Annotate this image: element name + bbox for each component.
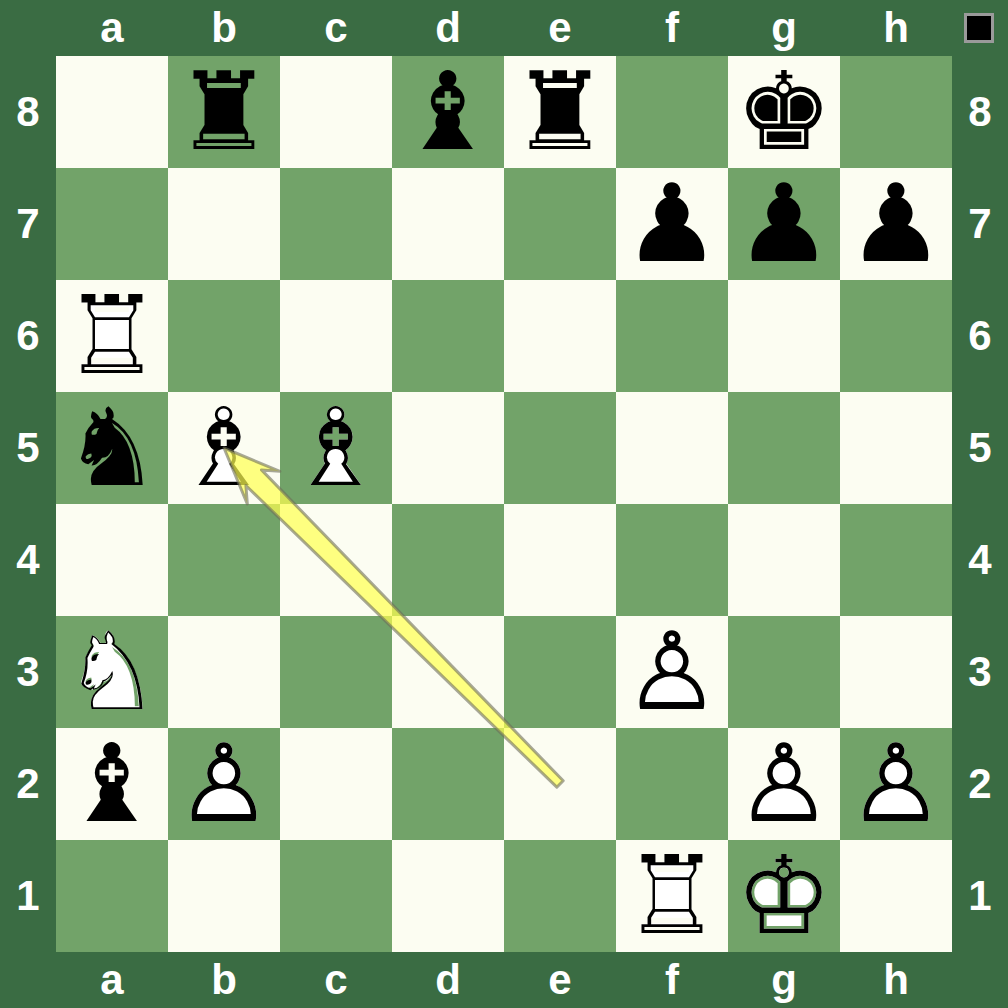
square-c2[interactable] — [280, 728, 392, 840]
square-h1[interactable] — [840, 840, 952, 952]
file-labels-top: abcdefgh — [56, 0, 952, 56]
square-g6[interactable] — [728, 280, 840, 392]
chess-board-frame: abcdefgh abcdefgh 87654321 87654321 ♜♝♜♚… — [0, 0, 1008, 1008]
white-rook-outline: ♖ — [616, 840, 728, 952]
rank-label-5: 5 — [0, 392, 56, 504]
square-d5[interactable] — [392, 392, 504, 504]
square-e3[interactable] — [504, 616, 616, 728]
square-h2[interactable]: ♟♙ — [840, 728, 952, 840]
square-h5[interactable] — [840, 392, 952, 504]
black-pawn[interactable]: ♟ — [736, 168, 833, 280]
square-g3[interactable] — [728, 616, 840, 728]
file-label-f: f — [616, 952, 728, 1008]
rank-label-2: 2 — [952, 728, 1008, 840]
black-rook[interactable]: ♜ — [512, 56, 609, 168]
file-label-g: g — [728, 952, 840, 1008]
white-pawn-outline: ♙ — [840, 728, 952, 840]
rank-label-5: 5 — [952, 392, 1008, 504]
square-d2[interactable] — [392, 728, 504, 840]
square-g2[interactable]: ♟♙ — [728, 728, 840, 840]
square-g7[interactable]: ♟ — [728, 168, 840, 280]
white-pawn[interactable]: ♟♙ — [616, 616, 728, 728]
file-label-b: b — [168, 0, 280, 56]
square-b6[interactable] — [168, 280, 280, 392]
file-label-h: h — [840, 952, 952, 1008]
file-label-d: d — [392, 0, 504, 56]
file-label-f: f — [616, 0, 728, 56]
square-c4[interactable] — [280, 504, 392, 616]
black-king[interactable]: ♚ — [736, 56, 833, 168]
square-b2[interactable]: ♟♙ — [168, 728, 280, 840]
square-e6[interactable] — [504, 280, 616, 392]
rank-label-7: 7 — [0, 168, 56, 280]
square-f1[interactable]: ♜♖ — [616, 840, 728, 952]
square-h7[interactable]: ♟ — [840, 168, 952, 280]
white-king[interactable]: ♚♔ — [728, 840, 840, 952]
square-c1[interactable] — [280, 840, 392, 952]
file-label-d: d — [392, 952, 504, 1008]
square-a5[interactable]: ♞ — [56, 392, 168, 504]
black-bishop[interactable]: ♝ — [400, 56, 497, 168]
square-f8[interactable] — [616, 56, 728, 168]
file-label-c: c — [280, 952, 392, 1008]
square-f3[interactable]: ♟♙ — [616, 616, 728, 728]
side-to-move-indicator — [964, 13, 994, 43]
rank-label-1: 1 — [952, 840, 1008, 952]
square-a2[interactable]: ♝ — [56, 728, 168, 840]
square-h4[interactable] — [840, 504, 952, 616]
rank-label-8: 8 — [0, 56, 56, 168]
chess-board: ♜♝♜♚♟♟♟♜♖♞♝♗♝♗♞♘♟♙♝♟♙♟♙♟♙♜♖♚♔ — [56, 56, 952, 952]
square-b8[interactable]: ♜ — [168, 56, 280, 168]
white-pawn[interactable]: ♟♙ — [728, 728, 840, 840]
rank-label-3: 3 — [952, 616, 1008, 728]
square-e8[interactable]: ♜ — [504, 56, 616, 168]
square-b1[interactable] — [168, 840, 280, 952]
square-d6[interactable] — [392, 280, 504, 392]
rank-labels-left: 87654321 — [0, 56, 56, 952]
white-bishop-outline: ♗ — [168, 392, 280, 504]
square-a8[interactable] — [56, 56, 168, 168]
square-c8[interactable] — [280, 56, 392, 168]
square-b3[interactable] — [168, 616, 280, 728]
square-g5[interactable] — [728, 392, 840, 504]
white-pawn-outline: ♙ — [616, 616, 728, 728]
white-bishop-outline: ♗ — [280, 392, 392, 504]
white-king-outline: ♔ — [728, 840, 840, 952]
square-e5[interactable] — [504, 392, 616, 504]
square-b7[interactable] — [168, 168, 280, 280]
square-f6[interactable] — [616, 280, 728, 392]
rank-label-2: 2 — [0, 728, 56, 840]
rank-label-4: 4 — [0, 504, 56, 616]
square-a3[interactable]: ♞♘ — [56, 616, 168, 728]
square-g4[interactable] — [728, 504, 840, 616]
file-label-e: e — [504, 952, 616, 1008]
white-rook[interactable]: ♜♖ — [616, 840, 728, 952]
square-d8[interactable]: ♝ — [392, 56, 504, 168]
black-bishop[interactable]: ♝ — [64, 728, 161, 840]
square-b4[interactable] — [168, 504, 280, 616]
white-rook-outline: ♖ — [56, 280, 168, 392]
square-e2[interactable] — [504, 728, 616, 840]
square-f2[interactable] — [616, 728, 728, 840]
rank-label-6: 6 — [0, 280, 56, 392]
white-bishop[interactable]: ♝♗ — [168, 392, 280, 504]
square-g8[interactable]: ♚ — [728, 56, 840, 168]
square-e7[interactable] — [504, 168, 616, 280]
square-c7[interactable] — [280, 168, 392, 280]
file-label-g: g — [728, 0, 840, 56]
file-label-a: a — [56, 0, 168, 56]
file-label-a: a — [56, 952, 168, 1008]
rank-labels-right: 87654321 — [952, 56, 1008, 952]
file-label-e: e — [504, 0, 616, 56]
rank-label-6: 6 — [952, 280, 1008, 392]
rank-label-7: 7 — [952, 168, 1008, 280]
square-f5[interactable] — [616, 392, 728, 504]
square-a7[interactable] — [56, 168, 168, 280]
square-e4[interactable] — [504, 504, 616, 616]
square-b5[interactable]: ♝♗ — [168, 392, 280, 504]
square-a6[interactable]: ♜♖ — [56, 280, 168, 392]
file-label-c: c — [280, 0, 392, 56]
square-d4[interactable] — [392, 504, 504, 616]
rank-label-4: 4 — [952, 504, 1008, 616]
square-d3[interactable] — [392, 616, 504, 728]
square-a4[interactable] — [56, 504, 168, 616]
rank-label-8: 8 — [952, 56, 1008, 168]
square-d1[interactable] — [392, 840, 504, 952]
rank-label-1: 1 — [0, 840, 56, 952]
file-label-h: h — [840, 0, 952, 56]
black-pawn[interactable]: ♟ — [624, 168, 721, 280]
square-c5[interactable]: ♝♗ — [280, 392, 392, 504]
square-f4[interactable] — [616, 504, 728, 616]
white-pawn-outline: ♙ — [728, 728, 840, 840]
white-knight-outline: ♘ — [56, 616, 168, 728]
white-pawn[interactable]: ♟♙ — [840, 728, 952, 840]
white-bishop[interactable]: ♝♗ — [280, 392, 392, 504]
file-labels-bottom: abcdefgh — [56, 952, 952, 1008]
black-pawn[interactable]: ♟ — [848, 168, 945, 280]
square-c3[interactable] — [280, 616, 392, 728]
square-g1[interactable]: ♚♔ — [728, 840, 840, 952]
square-d7[interactable] — [392, 168, 504, 280]
square-h8[interactable] — [840, 56, 952, 168]
rank-label-3: 3 — [0, 616, 56, 728]
square-h6[interactable] — [840, 280, 952, 392]
square-a1[interactable] — [56, 840, 168, 952]
file-label-b: b — [168, 952, 280, 1008]
black-rook[interactable]: ♜ — [176, 56, 273, 168]
square-e1[interactable] — [504, 840, 616, 952]
square-f7[interactable]: ♟ — [616, 168, 728, 280]
white-pawn[interactable]: ♟♙ — [168, 728, 280, 840]
black-knight[interactable]: ♞ — [64, 392, 161, 504]
white-rook[interactable]: ♜♖ — [56, 280, 168, 392]
white-knight[interactable]: ♞♘ — [56, 616, 168, 728]
square-c6[interactable] — [280, 280, 392, 392]
square-h3[interactable] — [840, 616, 952, 728]
white-pawn-outline: ♙ — [168, 728, 280, 840]
